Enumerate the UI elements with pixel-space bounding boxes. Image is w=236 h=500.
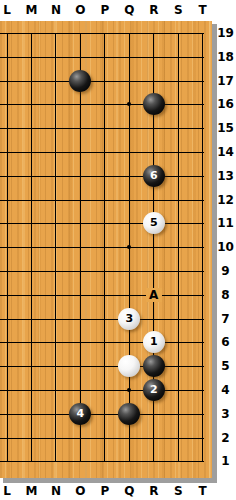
column-label-t-bottom: T [199,484,207,498]
stone-move-number: 4 [77,403,85,425]
stone-black-r13[interactable]: 6 [143,165,165,187]
stone-move-number: 3 [125,308,133,330]
column-label-q-top: Q [124,3,134,17]
column-label-m-bottom: M [25,484,37,498]
column-label-t-top: T [199,3,207,17]
board-shadow-bottom [3,478,217,483]
column-label-s-top: S [174,3,183,17]
star-point-q4 [127,388,131,392]
stone-black-o3[interactable]: 4 [69,403,91,425]
stone-white-q5[interactable] [118,355,140,377]
row-label-15: 15 [215,121,236,135]
grid-line-v-l [7,33,8,462]
row-label-11: 11 [215,216,236,230]
stone-move-number: 5 [150,212,158,234]
column-label-p-bottom: P [100,484,109,498]
column-label-n-top: N [51,3,61,17]
column-label-r-top: R [149,3,158,17]
grid-line-v-n [55,33,56,462]
go-diagram: LMNOPQRST A653124 1918171615141312111098… [0,0,236,500]
row-label-10: 10 [215,240,236,254]
stone-black-r4[interactable]: 2 [143,379,165,401]
row-label-4: 4 [215,383,236,397]
stone-black-o17[interactable] [69,70,91,92]
row-label-16: 16 [215,97,236,111]
stone-move-number: 6 [150,165,158,187]
row-label-9: 9 [215,264,236,278]
column-label-o-top: O [75,3,85,17]
star-point-q16 [127,102,131,106]
column-label-p-top: P [100,3,109,17]
stone-white-q7[interactable]: 3 [118,308,140,330]
grid-line-v-o [80,33,81,462]
stone-black-r5[interactable] [143,355,165,377]
stone-move-number: 2 [150,379,158,401]
column-label-n-bottom: N [51,484,61,498]
column-label-q-bottom: Q [124,484,134,498]
row-label-7: 7 [215,312,236,326]
grid-line-v-p [104,33,105,462]
column-label-l-top: L [3,3,11,17]
row-label-19: 19 [215,26,236,40]
column-label-o-bottom: O [75,484,85,498]
row-label-6: 6 [215,335,236,349]
column-label-r-bottom: R [149,484,158,498]
column-label-m-top: M [25,3,37,17]
row-label-3: 3 [215,407,236,421]
row-label-14: 14 [215,145,236,159]
row-label-12: 12 [215,193,236,207]
row-label-18: 18 [215,50,236,64]
grid-line-v-m [31,33,32,462]
stone-white-r6[interactable]: 1 [143,331,165,353]
stone-move-number: 1 [150,331,158,353]
row-label-17: 17 [215,74,236,88]
row-label-1: 1 [215,454,236,468]
row-label-5: 5 [215,359,236,373]
stone-white-r11[interactable]: 5 [143,212,165,234]
grid-line-v-s [178,33,179,462]
stone-black-r16[interactable] [143,93,165,115]
star-point-q10 [127,245,131,249]
row-label-13: 13 [215,169,236,183]
column-label-l-bottom: L [3,484,11,498]
go-board[interactable]: A653124 [0,21,212,478]
stone-black-q3[interactable] [118,403,140,425]
point-marker-a[interactable]: A [146,288,162,302]
grid-line-v-t [202,33,203,462]
row-label-2: 2 [215,431,236,445]
column-label-s-bottom: S [174,484,183,498]
row-label-8: 8 [215,288,236,302]
